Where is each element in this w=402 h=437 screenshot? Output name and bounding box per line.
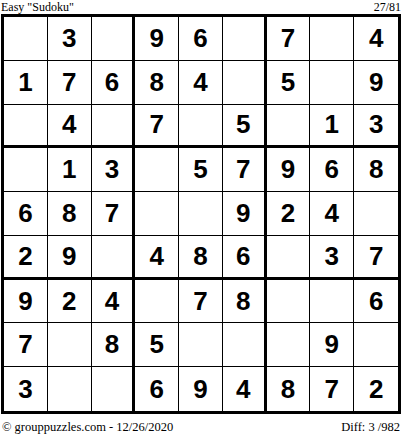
cell-r2c8[interactable] (310, 61, 354, 105)
cell-r3c2[interactable]: 4 (48, 105, 92, 149)
cell-r3c3[interactable] (92, 105, 136, 149)
cell-r5c1[interactable]: 6 (4, 192, 48, 236)
cell-r4c6[interactable]: 7 (223, 148, 267, 192)
cell-r9c5[interactable]: 9 (179, 367, 223, 411)
cell-r4c9[interactable]: 8 (354, 148, 398, 192)
cell-r4c4[interactable] (135, 148, 179, 192)
cell-r7c5[interactable]: 7 (179, 280, 223, 324)
cell-r1c8[interactable] (310, 17, 354, 61)
cell-r9c4[interactable]: 6 (135, 367, 179, 411)
cell-r4c3[interactable]: 3 (92, 148, 136, 192)
cell-r9c1[interactable]: 3 (4, 367, 48, 411)
cell-r2c3[interactable]: 6 (92, 61, 136, 105)
cell-r3c6[interactable]: 5 (223, 105, 267, 149)
cell-r4c8[interactable]: 6 (310, 148, 354, 192)
cell-r5c7[interactable]: 2 (267, 192, 311, 236)
cell-r1c5[interactable]: 6 (179, 17, 223, 61)
footer: © grouppuzzles.com - 12/26/2020 Diff: 3 … (2, 414, 400, 437)
cell-r8c6[interactable] (223, 323, 267, 367)
cell-r2c1[interactable]: 1 (4, 61, 48, 105)
puzzle-title: Easy "Sudoku" (1, 1, 74, 14)
cell-r2c5[interactable]: 4 (179, 61, 223, 105)
copyright-text: © grouppuzzles.com - 12/26/2020 (2, 420, 173, 435)
cell-r3c1[interactable] (4, 105, 48, 149)
cell-r9c8[interactable]: 7 (310, 367, 354, 411)
cell-r9c9[interactable]: 2 (354, 367, 398, 411)
cell-r7c7[interactable] (267, 280, 311, 324)
cell-r6c4[interactable]: 4 (135, 236, 179, 280)
cell-r3c7[interactable] (267, 105, 311, 149)
cell-r7c4[interactable] (135, 280, 179, 324)
cell-r6c5[interactable]: 8 (179, 236, 223, 280)
cell-r8c5[interactable] (179, 323, 223, 367)
cell-r2c6[interactable] (223, 61, 267, 105)
cell-r4c2[interactable]: 1 (48, 148, 92, 192)
cell-r9c3[interactable] (92, 367, 136, 411)
cell-r7c6[interactable]: 8 (223, 280, 267, 324)
cell-r6c6[interactable]: 6 (223, 236, 267, 280)
cell-r6c9[interactable]: 7 (354, 236, 398, 280)
cell-r2c7[interactable]: 5 (267, 61, 311, 105)
clue-counter: 27/81 (374, 1, 401, 14)
cell-r7c8[interactable] (310, 280, 354, 324)
cell-r4c7[interactable]: 9 (267, 148, 311, 192)
cell-r1c6[interactable] (223, 17, 267, 61)
cell-r3c8[interactable]: 1 (310, 105, 354, 149)
cell-r7c3[interactable]: 4 (92, 280, 136, 324)
cell-r2c9[interactable]: 9 (354, 61, 398, 105)
cell-r8c3[interactable]: 8 (92, 323, 136, 367)
cell-r1c9[interactable]: 4 (354, 17, 398, 61)
sudoku-page: Easy "Sudoku" 27/81 39674176845947513135… (0, 0, 402, 437)
sudoku-board: 3967417684594751313579686879242948637924… (1, 14, 401, 414)
cell-r5c6[interactable]: 9 (223, 192, 267, 236)
cell-r5c2[interactable]: 8 (48, 192, 92, 236)
cell-r8c9[interactable] (354, 323, 398, 367)
cell-r1c2[interactable]: 3 (48, 17, 92, 61)
cell-r5c9[interactable] (354, 192, 398, 236)
cell-r8c7[interactable] (267, 323, 311, 367)
cell-r8c8[interactable]: 9 (310, 323, 354, 367)
cell-r6c7[interactable] (267, 236, 311, 280)
cell-r8c2[interactable] (48, 323, 92, 367)
cell-r9c6[interactable]: 4 (223, 367, 267, 411)
cell-r4c5[interactable]: 5 (179, 148, 223, 192)
cell-r5c3[interactable]: 7 (92, 192, 136, 236)
cell-r8c4[interactable]: 5 (135, 323, 179, 367)
cell-r3c4[interactable]: 7 (135, 105, 179, 149)
cell-r9c2[interactable] (48, 367, 92, 411)
cell-r6c8[interactable]: 3 (310, 236, 354, 280)
cell-r3c5[interactable] (179, 105, 223, 149)
cell-r5c8[interactable]: 4 (310, 192, 354, 236)
cell-r3c9[interactable]: 3 (354, 105, 398, 149)
cell-r1c7[interactable]: 7 (267, 17, 311, 61)
difficulty-text: Diff: 3 /982 (341, 420, 400, 435)
cell-r4c1[interactable] (4, 148, 48, 192)
cell-r5c4[interactable] (135, 192, 179, 236)
header: Easy "Sudoku" 27/81 (1, 0, 401, 14)
cell-r7c2[interactable]: 2 (48, 280, 92, 324)
cell-r7c1[interactable]: 9 (4, 280, 48, 324)
cell-r6c3[interactable] (92, 236, 136, 280)
cell-r2c4[interactable]: 8 (135, 61, 179, 105)
cell-r6c1[interactable]: 2 (4, 236, 48, 280)
cell-r9c7[interactable]: 8 (267, 367, 311, 411)
cell-r1c1[interactable] (4, 17, 48, 61)
cell-r5c5[interactable] (179, 192, 223, 236)
cell-r1c3[interactable] (92, 17, 136, 61)
cell-r7c9[interactable]: 6 (354, 280, 398, 324)
cell-r8c1[interactable]: 7 (4, 323, 48, 367)
cell-r6c2[interactable]: 9 (48, 236, 92, 280)
cell-r1c4[interactable]: 9 (135, 17, 179, 61)
cell-r2c2[interactable]: 7 (48, 61, 92, 105)
